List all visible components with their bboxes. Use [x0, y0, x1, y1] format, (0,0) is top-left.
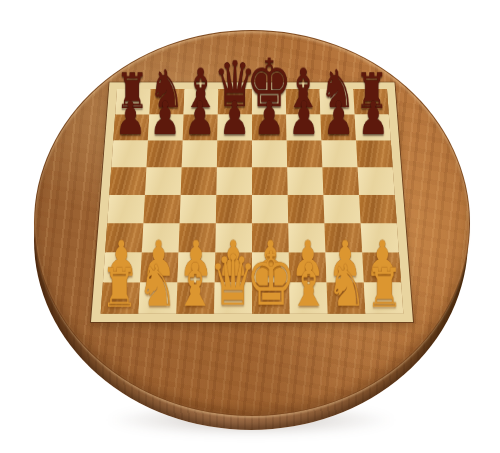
piece-black-pawn[interactable]: ♟ [184, 97, 215, 140]
square-b1[interactable]: ♞ [138, 283, 177, 314]
square-c6[interactable] [182, 140, 218, 167]
square-e6[interactable] [252, 140, 287, 167]
piece-black-pawn[interactable]: ♟ [358, 97, 389, 140]
square-f5[interactable] [287, 167, 323, 195]
piece-black-pawn[interactable]: ♟ [323, 97, 354, 140]
square-f7[interactable]: ♟ [286, 114, 321, 140]
square-g5[interactable] [322, 167, 359, 195]
square-h7[interactable]: ♟ [355, 114, 391, 140]
square-f6[interactable] [287, 140, 323, 167]
square-h5[interactable] [358, 167, 395, 195]
square-a4[interactable] [107, 195, 145, 223]
piece-white-knight[interactable]: ♞ [327, 259, 366, 314]
square-d4[interactable] [216, 195, 252, 223]
square-h6[interactable] [356, 140, 393, 167]
square-e5[interactable] [252, 167, 288, 195]
square-d7[interactable]: ♟ [217, 114, 252, 140]
square-c7[interactable]: ♟ [183, 114, 218, 140]
square-a5[interactable] [109, 167, 146, 195]
piece-white-knight[interactable]: ♞ [138, 259, 177, 314]
square-e1[interactable]: ♚ [252, 283, 290, 314]
square-h4[interactable] [359, 195, 397, 223]
chess-board: ♜♞♝♛♚♝♞♜♟♟♟♟♟♟♟♟♟♟♟♟♟♟♟♟♜♞♝♛♚♝♞♜ [91, 82, 413, 322]
square-b7[interactable]: ♟ [148, 114, 184, 140]
square-a6[interactable] [111, 140, 148, 167]
piece-black-pawn[interactable]: ♟ [219, 97, 250, 140]
square-d6[interactable] [217, 140, 252, 167]
square-g6[interactable] [321, 140, 357, 167]
square-c4[interactable] [180, 195, 217, 223]
square-c5[interactable] [181, 167, 217, 195]
square-a7[interactable]: ♟ [113, 114, 149, 140]
square-h1[interactable]: ♜ [364, 283, 404, 314]
square-e4[interactable] [252, 195, 288, 223]
square-b4[interactable] [143, 195, 180, 223]
square-g4[interactable] [323, 195, 360, 223]
piece-black-pawn[interactable]: ♟ [150, 97, 181, 140]
piece-white-queen[interactable]: ♛ [209, 247, 257, 313]
square-g7[interactable]: ♟ [320, 114, 356, 140]
square-b6[interactable] [146, 140, 182, 167]
square-d1[interactable]: ♛ [214, 283, 252, 314]
square-a1[interactable]: ♜ [101, 283, 141, 314]
piece-white-rook[interactable]: ♜ [101, 263, 138, 314]
square-e7[interactable]: ♟ [252, 114, 287, 140]
board-perspective-wrap: ♜♞♝♛♚♝♞♜♟♟♟♟♟♟♟♟♟♟♟♟♟♟♟♟♜♞♝♛♚♝♞♜ [91, 82, 413, 322]
square-d5[interactable] [216, 167, 252, 195]
piece-black-pawn[interactable]: ♟ [288, 97, 319, 140]
square-f4[interactable] [288, 195, 325, 223]
square-g1[interactable]: ♞ [327, 283, 366, 314]
product-photo-stage: ♜♞♝♛♚♝♞♜♟♟♟♟♟♟♟♟♟♟♟♟♟♟♟♟♜♞♝♛♚♝♞♜ [0, 0, 500, 453]
square-b5[interactable] [145, 167, 182, 195]
piece-black-pawn[interactable]: ♟ [254, 97, 285, 140]
piece-white-rook[interactable]: ♜ [366, 263, 403, 314]
piece-black-pawn[interactable]: ♟ [115, 97, 146, 140]
